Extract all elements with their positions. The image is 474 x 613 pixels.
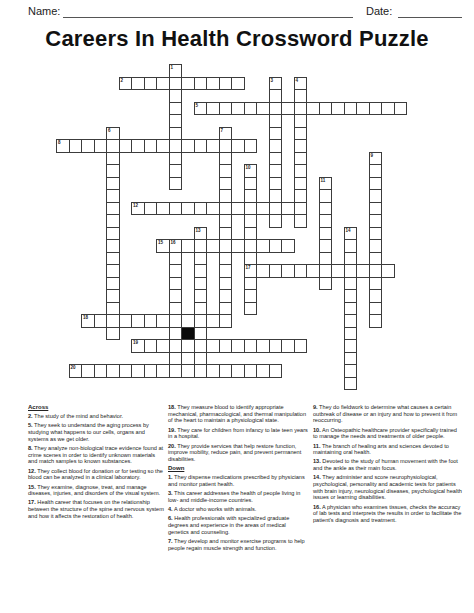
grid-cell[interactable]: [306, 102, 320, 116]
grid-cell[interactable]: [294, 339, 308, 353]
grid-cell[interactable]: 17: [244, 264, 258, 278]
grid-cell[interactable]: [194, 239, 208, 253]
grid-cell[interactable]: [356, 264, 370, 278]
grid-cell[interactable]: [294, 189, 308, 203]
grid-cell[interactable]: [169, 302, 183, 316]
grid-cell[interactable]: [244, 339, 258, 353]
clue-number: 10: [246, 165, 251, 170]
grid-cell[interactable]: [369, 264, 383, 278]
grid-cell[interactable]: [169, 327, 183, 341]
grid-cell[interactable]: 18: [81, 314, 95, 328]
grid-cell[interactable]: 7: [219, 127, 233, 141]
grid-cell[interactable]: [319, 102, 333, 116]
grid-cell[interactable]: [281, 264, 295, 278]
grid-cell[interactable]: [219, 189, 233, 203]
grid-cell[interactable]: [219, 339, 233, 353]
grid-cell[interactable]: [194, 77, 208, 91]
grid-cell[interactable]: [294, 152, 308, 166]
grid-cell[interactable]: [219, 202, 233, 216]
grid-cell[interactable]: [256, 202, 270, 216]
clue-number: 19: [133, 340, 138, 345]
grid-cell[interactable]: [269, 177, 283, 191]
clue-number: 13: [196, 228, 201, 233]
grid-cell[interactable]: [244, 227, 258, 241]
grid-cell[interactable]: [381, 102, 395, 116]
grid-cell[interactable]: [281, 239, 295, 253]
grid-cell[interactable]: [344, 264, 358, 278]
grid-cell[interactable]: [269, 89, 283, 103]
grid-cell[interactable]: [369, 102, 383, 116]
grid-cell[interactable]: [169, 339, 183, 353]
grid-cell[interactable]: [244, 102, 258, 116]
clue-item: 15. They examine, diagnose, treat, and m…: [28, 484, 166, 497]
grid-cell[interactable]: [319, 277, 333, 291]
name-blank-line: [63, 16, 353, 18]
grid-cell[interactable]: [344, 102, 358, 116]
grid-cell[interactable]: [181, 77, 195, 91]
grid-cell[interactable]: [106, 327, 120, 341]
grid-cell[interactable]: [194, 352, 208, 366]
grid-cell[interactable]: [294, 214, 308, 228]
clue-number: 3: [271, 78, 274, 83]
grid-cell[interactable]: [106, 177, 120, 191]
grid-cell[interactable]: [244, 139, 258, 153]
grid-cell[interactable]: [156, 139, 170, 153]
grid-cell[interactable]: [131, 77, 145, 91]
grid-cell[interactable]: [219, 289, 233, 303]
grid-cell[interactable]: [381, 264, 395, 278]
clue-number: 1: [171, 65, 174, 70]
grid-cell[interactable]: [106, 164, 120, 178]
grid-cell[interactable]: [206, 239, 220, 253]
crossword-grid: 1234567891011121314151617181920: [56, 64, 407, 390]
grid-cell[interactable]: [319, 189, 333, 203]
grid-cell[interactable]: [356, 102, 370, 116]
across-heading: Across: [28, 404, 166, 411]
grid-cell[interactable]: [206, 102, 220, 116]
grid-cell[interactable]: [269, 152, 283, 166]
clue-item: 18. They measure blood to identify appro…: [168, 404, 308, 424]
grid-cell[interactable]: [219, 302, 233, 316]
black-cell: [181, 327, 195, 341]
grid-cell[interactable]: [219, 214, 233, 228]
grid-cell[interactable]: [269, 114, 283, 128]
grid-cell[interactable]: [169, 152, 183, 166]
grid-cell[interactable]: [169, 352, 183, 366]
grid-cell[interactable]: 6: [106, 127, 120, 141]
grid-cell[interactable]: [369, 239, 383, 253]
grid-cell[interactable]: [156, 77, 170, 91]
grid-cell[interactable]: [131, 139, 145, 153]
grid-cell[interactable]: [231, 239, 245, 253]
grid-cell[interactable]: [269, 139, 283, 153]
clue-number: 8: [58, 140, 61, 145]
grid-cell[interactable]: [181, 202, 195, 216]
clue-number: 15: [158, 240, 163, 245]
clue-number: 17: [246, 265, 251, 270]
grid-cell[interactable]: [306, 264, 320, 278]
grid-cell[interactable]: 3: [269, 77, 283, 91]
grid-cell[interactable]: [269, 202, 283, 216]
grid-cell[interactable]: [169, 264, 183, 278]
clue-item: 3. This career addresses the health of p…: [168, 490, 308, 503]
clue-number: 9: [371, 153, 374, 158]
clue-number: 4: [296, 78, 299, 83]
grid-cell[interactable]: [106, 302, 120, 316]
grid-cell[interactable]: [194, 364, 208, 378]
grid-cell[interactable]: [319, 264, 333, 278]
grid-cell[interactable]: [106, 152, 120, 166]
clue-item: 2. The study of the mind and behavior.: [28, 413, 166, 420]
grid-cell[interactable]: [219, 227, 233, 241]
grid-cell[interactable]: [294, 264, 308, 278]
grid-cell[interactable]: [369, 227, 383, 241]
grid-cell[interactable]: [344, 277, 358, 291]
grid-cell[interactable]: [231, 364, 245, 378]
grid-cell[interactable]: [181, 139, 195, 153]
grid-cell[interactable]: [369, 202, 383, 216]
grid-cell[interactable]: [156, 339, 170, 353]
grid-cell[interactable]: [319, 202, 333, 216]
grid-cell[interactable]: [244, 214, 258, 228]
grid-cell[interactable]: [319, 214, 333, 228]
grid-cell[interactable]: [106, 189, 120, 203]
grid-cell[interactable]: [206, 364, 220, 378]
grid-cell[interactable]: [144, 339, 158, 353]
grid-cell[interactable]: [194, 252, 208, 266]
grid-cell[interactable]: 11: [319, 177, 333, 191]
grid-cell[interactable]: [344, 377, 358, 391]
grid-cell[interactable]: [294, 102, 308, 116]
clue-item: 19. They care for children from infancy …: [168, 427, 308, 440]
grid-cell[interactable]: [369, 252, 383, 266]
grid-cell[interactable]: [231, 139, 245, 153]
clue-number: 6: [108, 128, 111, 133]
grid-cell[interactable]: [144, 364, 158, 378]
grid-cell[interactable]: [319, 227, 333, 241]
grid-cell[interactable]: [256, 102, 270, 116]
clue-column-middle: 18. They measure blood to identify appro…: [168, 404, 308, 554]
grid-cell[interactable]: [106, 227, 120, 241]
grid-cell[interactable]: [219, 264, 233, 278]
grid-cell[interactable]: [94, 314, 108, 328]
grid-cell[interactable]: [369, 177, 383, 191]
grid-cell[interactable]: [231, 339, 245, 353]
grid-cell[interactable]: [194, 139, 208, 153]
grid-cell[interactable]: [344, 327, 358, 341]
grid-cell[interactable]: [206, 139, 220, 153]
grid-cell[interactable]: [169, 77, 183, 91]
grid-cell[interactable]: [219, 77, 233, 91]
grid-cell[interactable]: [169, 289, 183, 303]
grid-cell[interactable]: [244, 189, 258, 203]
down-heading: Down: [168, 465, 308, 472]
grid-cell[interactable]: [194, 264, 208, 278]
grid-cell[interactable]: [294, 127, 308, 141]
date-label: Date:: [366, 5, 392, 17]
clue-item: 12. They collect blood for donation or f…: [28, 468, 166, 481]
date-blank-line: [398, 16, 462, 18]
grid-cell[interactable]: [169, 89, 183, 103]
grid-cell[interactable]: [219, 139, 233, 153]
grid-cell[interactable]: [194, 314, 208, 328]
grid-cell[interactable]: [194, 339, 208, 353]
grid-cell[interactable]: [344, 252, 358, 266]
grid-cell[interactable]: [169, 364, 183, 378]
grid-cell[interactable]: [119, 364, 133, 378]
grid-cell[interactable]: 19: [131, 339, 145, 353]
grid-cell[interactable]: [269, 239, 283, 253]
grid-cell[interactable]: [219, 277, 233, 291]
grid-cell[interactable]: [369, 277, 383, 291]
grid-cell[interactable]: [331, 264, 345, 278]
grid-cell[interactable]: [144, 314, 158, 328]
grid-cell[interactable]: [144, 139, 158, 153]
grid-cell[interactable]: 1: [169, 64, 183, 78]
grid-cell[interactable]: [156, 202, 170, 216]
clue-item: 14. They administer and score neurophysi…: [313, 474, 463, 501]
clue-item: 13. Devoted to the study of human moveme…: [313, 458, 463, 471]
grid-cell[interactable]: [294, 164, 308, 178]
grid-cell[interactable]: [119, 139, 133, 153]
grid-cell[interactable]: [281, 202, 295, 216]
grid-cell[interactable]: [169, 277, 183, 291]
grid-cell[interactable]: [169, 164, 183, 178]
grid-cell[interactable]: [319, 252, 333, 266]
clue-number: 14: [346, 228, 351, 233]
grid-cell[interactable]: [181, 314, 195, 328]
grid-cell[interactable]: [219, 152, 233, 166]
page-title: Careers In Health Crossword Puzzle: [0, 26, 474, 52]
grid-cell[interactable]: [369, 314, 383, 328]
grid-cell[interactable]: [231, 102, 245, 116]
grid-cell[interactable]: [294, 177, 308, 191]
grid-cell[interactable]: [144, 202, 158, 216]
clue-item: 20. They provide services that help rest…: [168, 443, 308, 463]
grid-cell[interactable]: [219, 177, 233, 191]
grid-cell[interactable]: [156, 364, 170, 378]
grid-cell[interactable]: [344, 364, 358, 378]
clue-item: 4. A doctor who works with animals.: [168, 506, 308, 513]
grid-cell[interactable]: [319, 239, 333, 253]
grid-cell[interactable]: [244, 277, 258, 291]
grid-cell[interactable]: [106, 314, 120, 328]
grid-cell[interactable]: [369, 164, 383, 178]
grid-cell[interactable]: [219, 252, 233, 266]
grid-cell[interactable]: [269, 164, 283, 178]
grid-cell[interactable]: 20: [69, 364, 83, 378]
grid-cell[interactable]: [344, 239, 358, 253]
grid-cell[interactable]: [369, 214, 383, 228]
grid-cell[interactable]: [169, 177, 183, 191]
grid-cell[interactable]: [206, 202, 220, 216]
name-label: Name:: [28, 5, 60, 17]
grid-cell[interactable]: [106, 239, 120, 253]
clue-item: 11. The branch of healing arts and scien…: [313, 443, 463, 456]
grid-cell[interactable]: [81, 364, 95, 378]
grid-cell[interactable]: [369, 189, 383, 203]
grid-cell[interactable]: [294, 202, 308, 216]
grid-cell[interactable]: [169, 139, 183, 153]
grid-cell[interactable]: [394, 102, 408, 116]
clue-number: 5: [196, 103, 199, 108]
grid-cell[interactable]: 4: [294, 77, 308, 91]
crossword-worksheet: { "header": { "name_label": "Name:", "da…: [0, 0, 474, 613]
clue-number: 12: [133, 203, 138, 208]
grid-cell[interactable]: [269, 364, 283, 378]
grid-cell[interactable]: [81, 139, 95, 153]
grid-cell[interactable]: [169, 114, 183, 128]
grid-cell[interactable]: [169, 202, 183, 216]
grid-cell[interactable]: [269, 189, 283, 203]
grid-cell[interactable]: [269, 127, 283, 141]
grid-cell[interactable]: [181, 339, 195, 353]
grid-cell[interactable]: [256, 364, 270, 378]
grid-cell[interactable]: [294, 114, 308, 128]
grid-cell[interactable]: [106, 139, 120, 153]
grid-cell[interactable]: [131, 314, 145, 328]
grid-cell[interactable]: [181, 364, 195, 378]
clue-item: 1. They dispense medications prescribed …: [168, 474, 308, 487]
grid-cell[interactable]: [169, 252, 183, 266]
grid-cell[interactable]: [256, 264, 270, 278]
grid-cell[interactable]: [169, 127, 183, 141]
grid-cell[interactable]: [219, 314, 233, 328]
grid-cell[interactable]: [119, 314, 133, 328]
clue-item: 6. Health professionals with specialized…: [168, 515, 308, 535]
grid-cell[interactable]: [369, 289, 383, 303]
grid-cell[interactable]: [194, 327, 208, 341]
grid-cell[interactable]: [206, 314, 220, 328]
grid-cell[interactable]: [144, 77, 158, 91]
clue-number: 7: [221, 128, 224, 133]
grid-cell[interactable]: [194, 277, 208, 291]
clue-item: 7. They develop and monitor exercise pro…: [168, 538, 308, 551]
grid-cell[interactable]: [344, 289, 358, 303]
grid-cell[interactable]: [244, 252, 258, 266]
grid-cell[interactable]: [269, 214, 283, 228]
grid-cell[interactable]: [244, 289, 258, 303]
grid-cell[interactable]: [194, 302, 208, 316]
grid-cell[interactable]: [219, 239, 233, 253]
clue-item: 5. They seek to understand the aging pro…: [28, 422, 166, 442]
grid-cell[interactable]: [106, 277, 120, 291]
grid-cell[interactable]: [244, 302, 258, 316]
grid-cell[interactable]: 12: [131, 202, 145, 216]
grid-cell[interactable]: [169, 102, 183, 116]
grid-cell[interactable]: [219, 164, 233, 178]
grid-cell[interactable]: [244, 177, 258, 191]
grid-cell[interactable]: [106, 364, 120, 378]
grid-cell[interactable]: [244, 364, 258, 378]
grid-cell[interactable]: [69, 139, 83, 153]
clue-item: 17. Health career that focuses on the re…: [28, 499, 166, 519]
grid-cell[interactable]: 2: [119, 77, 133, 91]
grid-cell[interactable]: [344, 352, 358, 366]
grid-cell[interactable]: [256, 339, 270, 353]
clue-number: 2: [121, 78, 124, 83]
clue-number: 16: [171, 240, 176, 245]
grid-cell[interactable]: 5: [194, 102, 208, 116]
grid-cell[interactable]: 10: [244, 164, 258, 178]
grid-cell[interactable]: [344, 339, 358, 353]
grid-cell[interactable]: [294, 139, 308, 153]
grid-cell[interactable]: [219, 364, 233, 378]
grid-cell[interactable]: 16: [169, 239, 183, 253]
grid-cell[interactable]: [219, 102, 233, 116]
clue-number: 20: [71, 365, 76, 370]
grid-cell[interactable]: 14: [344, 227, 358, 241]
grid-cell[interactable]: [231, 77, 245, 91]
grid-cell[interactable]: [281, 339, 295, 353]
grid-cell[interactable]: [106, 252, 120, 266]
grid-cell[interactable]: [169, 314, 183, 328]
clue-number: 11: [321, 178, 326, 183]
grid-cell[interactable]: [156, 314, 170, 328]
grid-cell[interactable]: [206, 77, 220, 91]
grid-cell[interactable]: [344, 302, 358, 316]
grid-cell[interactable]: 8: [56, 139, 70, 153]
grid-cell[interactable]: [94, 364, 108, 378]
clue-item: 8. They analyze non-biological trace evi…: [28, 445, 166, 465]
grid-cell[interactable]: [269, 102, 283, 116]
clue-column-down: 9. They do fieldwork to determine what c…: [313, 404, 463, 526]
grid-cell[interactable]: [106, 289, 120, 303]
clue-item: 16. A physician who examines tissues, ch…: [313, 504, 463, 524]
grid-cell[interactable]: [256, 239, 270, 253]
grid-cell[interactable]: [194, 289, 208, 303]
grid-cell[interactable]: [206, 339, 220, 353]
grid-cell[interactable]: [244, 202, 258, 216]
grid-cell[interactable]: [294, 89, 308, 103]
clue-number: 18: [83, 315, 88, 320]
clue-item: 10. An Osteopathic healthcare provider s…: [313, 427, 463, 440]
grid-cell[interactable]: [181, 239, 195, 253]
grid-cell[interactable]: [331, 102, 345, 116]
grid-cell[interactable]: [106, 202, 120, 216]
grid-cell[interactable]: [344, 314, 358, 328]
grid-cell[interactable]: [194, 202, 208, 216]
clue-column-across: Across2. The study of the mind and behav…: [28, 404, 166, 522]
clue-item: 9. They do fieldwork to determine what c…: [313, 404, 463, 424]
grid-cell[interactable]: [281, 102, 295, 116]
grid-cell[interactable]: 15: [156, 239, 170, 253]
grid-cell[interactable]: 13: [194, 227, 208, 241]
grid-cell[interactable]: 9: [369, 152, 383, 166]
grid-cell[interactable]: [269, 339, 283, 353]
grid-cell[interactable]: [131, 364, 145, 378]
grid-cell[interactable]: [269, 264, 283, 278]
grid-cell[interactable]: [244, 239, 258, 253]
grid-cell[interactable]: [94, 139, 108, 153]
grid-cell[interactable]: [106, 214, 120, 228]
grid-cell[interactable]: [231, 202, 245, 216]
grid-cell[interactable]: [369, 302, 383, 316]
grid-cell[interactable]: [106, 264, 120, 278]
